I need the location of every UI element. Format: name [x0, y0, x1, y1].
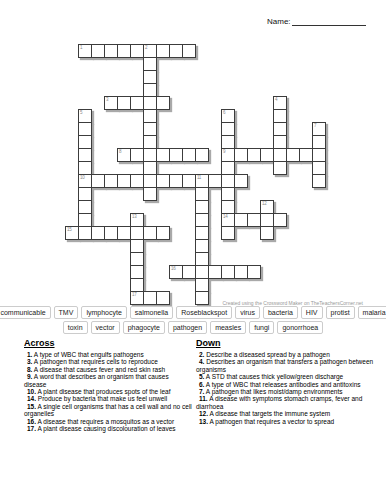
- grid-cell-r9c19[interactable]: [312, 161, 326, 175]
- grid-cell-r4c6[interactable]: [143, 96, 157, 110]
- clue-1: 1. A type of WBC that engulfs pathogens: [24, 351, 192, 358]
- name-line: Name:: [267, 17, 366, 26]
- grid-cell-r8c12[interactable]: 9: [221, 148, 235, 162]
- clue-10: 10. A plant disease that produces spots …: [24, 388, 192, 395]
- grid-cell-r8c14[interactable]: [247, 148, 261, 162]
- clue-11: 11. A disease with symptoms stomach cram…: [196, 395, 378, 410]
- grid-cell-r13c16[interactable]: [273, 213, 287, 227]
- grid-cell-r10c4[interactable]: [117, 174, 131, 188]
- grid-cell-r9c1[interactable]: [78, 161, 92, 175]
- word-bank-item-measles: measles: [210, 321, 246, 334]
- word-bank-item-fungi: fungi: [249, 321, 274, 334]
- clue-7: 7. A pathogen that likes moist/damp envi…: [196, 388, 378, 395]
- cell-number-16: 16: [171, 266, 175, 271]
- word-bank-item-virus: virus: [235, 306, 260, 319]
- crossword-worksheet: Name: 1234567891011121314151617 Created …: [0, 0, 386, 500]
- clue-17: 17. A plant disease causing discolourati…: [24, 425, 192, 432]
- grid-cell-r8c1[interactable]: [78, 148, 92, 162]
- grid-cell-r8c16[interactable]: [273, 148, 287, 162]
- grid-cell-r14c1[interactable]: [78, 226, 92, 240]
- word-bank-item-gonorrhoea: gonorrhoea: [277, 321, 323, 334]
- grid-cell-r10c8[interactable]: [169, 174, 183, 188]
- grid-cell-r11c10[interactable]: [195, 187, 209, 201]
- name-input-line[interactable]: [292, 17, 366, 26]
- grid-cell-r12c12[interactable]: [221, 200, 235, 214]
- cell-number-5: 5: [80, 110, 82, 115]
- grid-cell-r1c6[interactable]: [143, 57, 157, 71]
- grid-cell-r10c9[interactable]: [182, 174, 196, 188]
- grid-cell-r7c12[interactable]: [221, 135, 235, 149]
- grid-cell-r19c7[interactable]: [156, 291, 170, 305]
- grid-cell-r0c6[interactable]: 2: [143, 44, 157, 58]
- across-heading: Across: [24, 338, 192, 348]
- clue-5: 5. A STD that causes thick yellow/green …: [196, 373, 378, 380]
- grid-cell-r5c12[interactable]: 6: [221, 109, 235, 123]
- grid-cell-r14c0[interactable]: 15: [65, 226, 79, 240]
- grid-cell-r0c1[interactable]: 1: [78, 44, 92, 58]
- grid-cell-r17c12[interactable]: [221, 265, 235, 279]
- down-heading: Down: [196, 338, 378, 348]
- grid-cell-r19c10[interactable]: [195, 291, 209, 305]
- word-bank-item-hiv: HIV: [301, 306, 323, 319]
- grid-cell-r4c16[interactable]: 4: [273, 96, 287, 110]
- grid-cell-r10c10[interactable]: 11: [195, 174, 209, 188]
- grid-cell-r5c6[interactable]: [143, 109, 157, 123]
- grid-cell-r10c2[interactable]: [91, 174, 105, 188]
- word-bank-row-2: toxinvectorphagocytepathogenmeaslesfungi…: [0, 321, 386, 334]
- grid-cell-r0c8[interactable]: [169, 44, 183, 58]
- grid-cell-r7c19[interactable]: [312, 135, 326, 149]
- clue-2: 2. Describe a diseased spread by a patho…: [196, 351, 378, 358]
- grid-cell-r7c16[interactable]: [273, 135, 287, 149]
- word-bank-item-phagocyte: phagocyte: [123, 321, 165, 334]
- grid-cell-r13c15[interactable]: [260, 213, 274, 227]
- grid-cell-r0c3[interactable]: [104, 44, 118, 58]
- grid-cell-r8c5[interactable]: [130, 148, 144, 162]
- grid-cell-r10c19[interactable]: [312, 174, 326, 188]
- clue-13: 13. A pathogen that requires a vector to…: [196, 418, 378, 425]
- word-bank-item-malaria: malaria: [358, 306, 386, 319]
- grid-cell-r17c10[interactable]: [195, 265, 209, 279]
- grid-cell-r12c1[interactable]: [78, 200, 92, 214]
- grid-cell-r0c9[interactable]: [182, 44, 196, 58]
- crossword-grid: 1234567891011121314151617: [65, 44, 328, 307]
- grid-cell-r11c6[interactable]: [143, 187, 157, 201]
- grid-cell-r16c5[interactable]: [130, 252, 144, 266]
- grid-cell-r9c6[interactable]: [143, 161, 157, 175]
- grid-cell-r14c2[interactable]: [91, 226, 105, 240]
- cell-number-15: 15: [67, 227, 71, 232]
- grid-cell-r17c5[interactable]: [130, 265, 144, 279]
- cell-number-6: 6: [223, 110, 225, 115]
- grid-cell-r14c7[interactable]: [156, 226, 170, 240]
- grid-cell-r4c3[interactable]: 3: [104, 96, 118, 110]
- clue-4: 4. Describes an organism that transfers …: [196, 358, 378, 373]
- grid-cell-r2c6[interactable]: [143, 70, 157, 84]
- clue-9: 9. A word that describes an organism tha…: [24, 373, 192, 388]
- grid-cell-r12c15[interactable]: 12: [260, 200, 274, 214]
- cell-number-4: 4: [275, 97, 277, 102]
- grid-cell-r19c5[interactable]: 17: [130, 291, 144, 305]
- grid-cell-r10c5[interactable]: [130, 174, 144, 188]
- grid-cell-r0c2[interactable]: [91, 44, 105, 58]
- grid-cell-r17c13[interactable]: [234, 265, 248, 279]
- grid-cell-r17c8[interactable]: 16: [169, 265, 183, 279]
- grid-cell-r13c13[interactable]: [234, 213, 248, 227]
- grid-cell-r19c6[interactable]: [143, 291, 157, 305]
- across-clues: Across 1. A type of WBC that engulfs pat…: [24, 338, 192, 432]
- word-bank-item-bacteria: bacteria: [263, 306, 298, 319]
- grid-cell-r12c10[interactable]: [195, 200, 209, 214]
- word-bank-row-1: communicableTMVlymphocytesalmonellaRoseb…: [0, 306, 386, 319]
- grid-cell-r8c19[interactable]: [312, 148, 326, 162]
- grid-cell-r4c4[interactable]: [117, 96, 131, 110]
- grid-cell-r5c1[interactable]: 5: [78, 109, 92, 123]
- grid-cell-r9c16[interactable]: [273, 161, 287, 175]
- grid-cell-r11c12[interactable]: [221, 187, 235, 201]
- down-clue-list: 2. Describe a diseased spread by a patho…: [196, 351, 378, 425]
- grid-cell-r6c1[interactable]: [78, 122, 92, 136]
- grid-cell-r15c5[interactable]: [130, 239, 144, 253]
- cell-number-10: 10: [80, 175, 84, 180]
- grid-cell-r8c10[interactable]: [195, 148, 209, 162]
- grid-cell-r8c13[interactable]: [234, 148, 248, 162]
- grid-cell-r15c10[interactable]: [195, 239, 209, 253]
- grid-cell-r10c12[interactable]: [221, 174, 235, 188]
- grid-cell-r14c12[interactable]: [221, 226, 235, 240]
- clue-3: 3. A pathogen that requires cells to rep…: [24, 358, 192, 365]
- grid-cell-r5c16[interactable]: [273, 109, 287, 123]
- grid-cell-r6c6[interactable]: [143, 122, 157, 136]
- grid-cell-r6c12[interactable]: [221, 122, 235, 136]
- cell-number-13: 13: [132, 214, 136, 219]
- grid-cell-r8c4[interactable]: 8: [117, 148, 131, 162]
- grid-cell-r13c5[interactable]: 13: [130, 213, 144, 227]
- grid-cell-r13c12[interactable]: 14: [221, 213, 235, 227]
- clue-15: 15. A single cell organisms that has a c…: [24, 403, 192, 418]
- grid-cell-r14c6[interactable]: [143, 226, 157, 240]
- grid-cell-r8c8[interactable]: [169, 148, 183, 162]
- clue-section: Across 1. A type of WBC that engulfs pat…: [0, 338, 386, 432]
- across-clue-list: 1. A type of WBC that engulfs pathogens3…: [24, 351, 192, 432]
- grid-cell-r16c10[interactable]: [195, 252, 209, 266]
- clue-8: 8. A disease that causes fever and red s…: [24, 366, 192, 373]
- grid-cell-r13c1[interactable]: [78, 213, 92, 227]
- grid-cell-r11c1[interactable]: [78, 187, 92, 201]
- word-bank-item-salmonella: salmonella: [130, 306, 173, 319]
- cell-number-2: 2: [145, 45, 147, 50]
- clue-14: 14. Produce by bacteria that make us fee…: [24, 395, 192, 402]
- grid-cell-r0c4[interactable]: [117, 44, 131, 58]
- grid-cell-r8c6[interactable]: [143, 148, 157, 162]
- cell-number-12: 12: [262, 201, 266, 206]
- grid-cell-r6c19[interactable]: 7: [312, 122, 326, 136]
- word-bank: communicableTMVlymphocytesalmonellaRoseb…: [0, 306, 386, 336]
- grid-cell-r7c1[interactable]: [78, 135, 92, 149]
- grid-cell-r0c7[interactable]: [156, 44, 170, 58]
- grid-cell-r14c4[interactable]: [117, 226, 131, 240]
- grid-cell-r14c15[interactable]: [260, 226, 274, 240]
- grid-cell-r3c6[interactable]: [143, 83, 157, 97]
- grid-cell-r4c7[interactable]: [156, 96, 170, 110]
- grid-cell-r8c17[interactable]: [286, 148, 300, 162]
- cell-number-7: 7: [314, 123, 316, 128]
- cell-number-17: 17: [132, 292, 136, 297]
- grid-cell-r0c5[interactable]: [130, 44, 144, 58]
- grid-cell-r18c10[interactable]: [195, 278, 209, 292]
- grid-cell-r9c12[interactable]: [221, 161, 235, 175]
- grid-cell-r10c7[interactable]: [156, 174, 170, 188]
- word-bank-item-tmv: TMV: [54, 306, 79, 319]
- clue-16: 16. A disease that requires a mosquitos …: [24, 418, 192, 425]
- grid-cell-r10c13[interactable]: [234, 174, 248, 188]
- grid-cell-r10c3[interactable]: [104, 174, 118, 188]
- grid-cell-r8c7[interactable]: [156, 148, 170, 162]
- clue-6: 6. A type of WBC that releases antibodie…: [196, 381, 378, 388]
- word-bank-item-roseblackspot: Roseblackspot: [176, 306, 232, 319]
- cell-number-1: 1: [80, 45, 82, 50]
- grid-cell-r8c9[interactable]: [182, 148, 196, 162]
- word-bank-item-vector: vector: [91, 321, 120, 334]
- grid-cell-r14c3[interactable]: [104, 226, 118, 240]
- word-bank-item-lymphocyte: lymphocyte: [81, 306, 126, 319]
- grid-cell-r13c10[interactable]: [195, 213, 209, 227]
- grid-cell-r10c11[interactable]: [208, 174, 222, 188]
- grid-cell-r18c5[interactable]: [130, 278, 144, 292]
- grid-cell-r17c11[interactable]: [208, 265, 222, 279]
- word-bank-item-protist: protist: [326, 306, 355, 319]
- grid-cell-r7c6[interactable]: [143, 135, 157, 149]
- cell-number-8: 8: [119, 149, 121, 154]
- grid-cell-r10c1[interactable]: 10: [78, 174, 92, 188]
- grid-cell-r8c18[interactable]: [299, 148, 313, 162]
- grid-cell-r8c15[interactable]: [260, 148, 274, 162]
- grid-cell-r10c6[interactable]: [143, 174, 157, 188]
- word-bank-item-pathogen: pathogen: [168, 321, 207, 334]
- cell-number-3: 3: [106, 97, 108, 102]
- name-label: Name:: [267, 17, 291, 26]
- cell-number-14: 14: [223, 214, 227, 219]
- cell-number-9: 9: [223, 149, 225, 154]
- grid-cell-r17c14[interactable]: [247, 265, 261, 279]
- grid-cell-r14c10[interactable]: [195, 226, 209, 240]
- grid-cell-r13c14[interactable]: [247, 213, 261, 227]
- down-clues: Down 2. Describe a diseased spread by a …: [196, 338, 378, 432]
- clue-12: 12. A disease that targets the immune sy…: [196, 410, 378, 417]
- grid-cell-r14c5[interactable]: [130, 226, 144, 240]
- word-bank-item-toxin: toxin: [63, 321, 88, 334]
- word-bank-item-communicable: communicable: [0, 306, 51, 319]
- grid-cell-r17c9[interactable]: [182, 265, 196, 279]
- grid-cell-r6c16[interactable]: [273, 122, 287, 136]
- grid-cell-r4c5[interactable]: [130, 96, 144, 110]
- cell-number-11: 11: [197, 175, 201, 180]
